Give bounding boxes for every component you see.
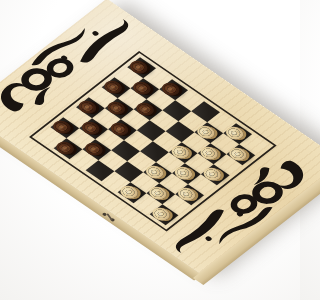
piece-glyph: ⛂ (57, 142, 73, 154)
piece-glyph: ⛂ (54, 121, 70, 133)
piece-glyph: ⛂ (163, 83, 179, 95)
piece-glyph: ⛀ (150, 187, 166, 199)
piece-glyph: ⛂ (137, 103, 153, 115)
piece-glyph: ⛀ (147, 166, 163, 178)
wooden-case: ⛂⛂⛂⛂⛂⛂⛂⛂⛂⛂⛂⛂⛀⛀⛀⛀⛀⛀⛀⛀⛀⛀⛀⛀ (0, 0, 300, 273)
piece-glyph: ⛀ (153, 208, 169, 220)
piece-glyph: ⛂ (79, 101, 95, 113)
photo-scene: ⛂⛂⛂⛂⛂⛂⛂⛂⛂⛂⛂⛂⛀⛀⛀⛀⛀⛀⛀⛀⛀⛀⛀⛀ (0, 0, 300, 300)
piece-glyph: ⛂ (86, 143, 102, 155)
piece-glyph: ⛀ (175, 167, 191, 179)
piece-glyph: ⛂ (134, 82, 150, 94)
piece-glyph: ⛀ (198, 126, 214, 138)
piece-glyph: ⛀ (172, 146, 188, 158)
piece-glyph: ⛀ (121, 186, 137, 198)
piece-glyph: ⛀ (227, 127, 243, 139)
latch-hook (100, 211, 119, 224)
piece-glyph: ⛂ (105, 81, 121, 93)
piece-glyph: ⛂ (83, 122, 99, 134)
piece-glyph: ⛂ (111, 123, 127, 135)
piece-glyph: ⛂ (108, 102, 124, 114)
piece-glyph: ⛀ (201, 147, 217, 159)
piece-glyph: ⛀ (230, 148, 246, 160)
piece-glyph: ⛂ (131, 61, 147, 73)
piece-glyph: ⛀ (179, 188, 195, 200)
latch-arm (106, 213, 112, 220)
piece-glyph: ⛀ (204, 168, 220, 180)
